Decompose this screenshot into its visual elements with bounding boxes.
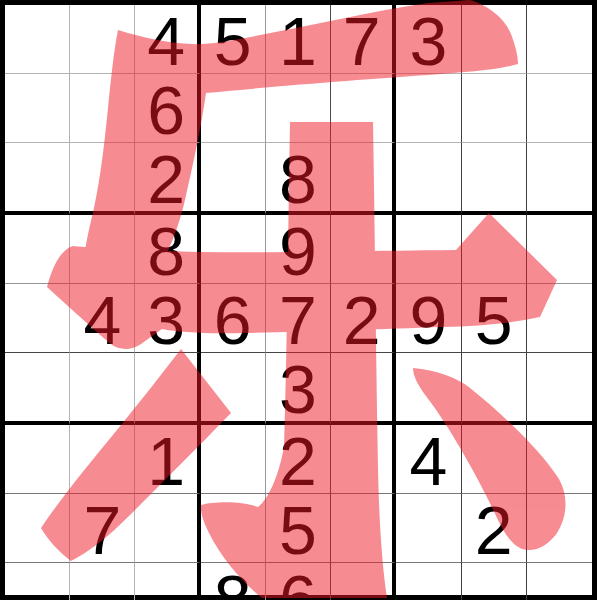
given-digit: 9 — [410, 286, 448, 354]
sudoku-cell[interactable]: 2 — [135, 143, 200, 215]
sudoku-cell[interactable] — [527, 143, 592, 215]
given-digit: 5 — [279, 496, 317, 564]
given-digit: 3 — [147, 286, 185, 354]
sudoku-cell[interactable] — [527, 284, 592, 353]
sudoku-cell[interactable]: 7 — [70, 494, 135, 563]
sudoku-cell[interactable]: 8 — [135, 215, 200, 284]
sudoku-cell[interactable]: 6 — [201, 284, 266, 353]
sudoku-cell[interactable] — [201, 353, 266, 425]
sudoku-cell[interactable]: 1 — [266, 5, 331, 74]
sudoku-cell[interactable] — [527, 5, 592, 74]
sudoku-cell[interactable]: 5 — [266, 494, 331, 563]
sudoku-cell[interactable] — [396, 494, 461, 563]
sudoku-cell[interactable] — [5, 5, 70, 74]
sudoku-cell[interactable]: 7 — [266, 284, 331, 353]
sudoku-cell[interactable] — [70, 215, 135, 284]
sudoku-board: 45173628894367295312475286 — [0, 0, 597, 600]
sudoku-cell[interactable]: 6 — [266, 563, 331, 600]
sudoku-cell[interactable]: 1 — [135, 425, 200, 494]
given-digit: 2 — [475, 496, 513, 564]
sudoku-cell[interactable] — [331, 143, 396, 215]
sudoku-cell[interactable] — [396, 143, 461, 215]
sudoku-cell[interactable] — [70, 143, 135, 215]
sudoku-cell[interactable] — [70, 425, 135, 494]
given-digit: 6 — [214, 286, 252, 354]
sudoku-cell[interactable] — [331, 494, 396, 563]
sudoku-cell[interactable] — [201, 215, 266, 284]
given-digit: 1 — [279, 7, 317, 75]
sudoku-cell[interactable] — [201, 494, 266, 563]
sudoku-cell[interactable] — [462, 215, 527, 284]
sudoku-cell[interactable] — [527, 74, 592, 143]
sudoku-cell[interactable] — [396, 215, 461, 284]
sudoku-cell[interactable] — [5, 284, 70, 353]
sudoku-cell[interactable] — [70, 563, 135, 600]
sudoku-cell[interactable] — [331, 353, 396, 425]
sudoku-cell[interactable] — [527, 563, 592, 600]
given-digit: 9 — [279, 217, 317, 285]
given-digit: 7 — [83, 496, 121, 564]
sudoku-cell[interactable] — [135, 563, 200, 600]
sudoku-cell[interactable]: 2 — [331, 284, 396, 353]
given-digit: 4 — [147, 7, 185, 75]
given-digit: 3 — [410, 7, 448, 75]
sudoku-cell[interactable] — [5, 353, 70, 425]
sudoku-cell[interactable]: 5 — [201, 5, 266, 74]
sudoku-cell[interactable] — [135, 353, 200, 425]
sudoku-cell[interactable] — [527, 425, 592, 494]
sudoku-cell[interactable] — [527, 215, 592, 284]
sudoku-cell[interactable] — [70, 74, 135, 143]
sudoku-cell[interactable] — [462, 563, 527, 600]
sudoku-cell[interactable] — [331, 74, 396, 143]
given-digit: 8 — [279, 145, 317, 213]
sudoku-cell[interactable]: 4 — [135, 5, 200, 74]
sudoku-cell[interactable]: 4 — [70, 284, 135, 353]
given-digit: 2 — [147, 145, 185, 213]
sudoku-cell[interactable]: 6 — [135, 74, 200, 143]
sudoku-cell[interactable]: 8 — [201, 563, 266, 600]
given-digit: 3 — [279, 355, 317, 423]
sudoku-cell[interactable]: 2 — [266, 425, 331, 494]
sudoku-cell[interactable] — [527, 353, 592, 425]
sudoku-cell[interactable] — [462, 353, 527, 425]
sudoku-cell[interactable] — [5, 563, 70, 600]
sudoku-cell[interactable] — [331, 425, 396, 494]
sudoku-cell[interactable] — [5, 425, 70, 494]
sudoku-cell[interactable] — [462, 5, 527, 74]
sudoku-cell[interactable] — [331, 215, 396, 284]
sudoku-cell[interactable] — [5, 215, 70, 284]
given-digit: 8 — [214, 565, 252, 600]
given-digit: 8 — [147, 217, 185, 285]
given-digit: 5 — [475, 286, 513, 354]
sudoku-cell[interactable] — [201, 74, 266, 143]
given-digit: 6 — [279, 565, 317, 600]
given-digit: 4 — [410, 427, 448, 495]
sudoku-cell[interactable] — [5, 143, 70, 215]
sudoku-cell[interactable]: 8 — [266, 143, 331, 215]
sudoku-cell[interactable] — [70, 5, 135, 74]
sudoku-cell[interactable] — [201, 425, 266, 494]
sudoku-puzzle: 45173628894367295312475286 — [0, 0, 597, 600]
given-digit: 5 — [214, 7, 252, 75]
sudoku-cell[interactable] — [396, 563, 461, 600]
sudoku-cell[interactable]: 2 — [462, 494, 527, 563]
sudoku-cell[interactable] — [396, 353, 461, 425]
sudoku-cell[interactable]: 7 — [331, 5, 396, 74]
sudoku-cell[interactable] — [527, 494, 592, 563]
given-digit: 7 — [343, 7, 381, 75]
sudoku-cell[interactable] — [462, 74, 527, 143]
given-digit: 7 — [279, 286, 317, 354]
sudoku-cell[interactable]: 9 — [396, 284, 461, 353]
sudoku-cell[interactable] — [462, 143, 527, 215]
sudoku-cell[interactable] — [462, 425, 527, 494]
sudoku-cell[interactable] — [70, 353, 135, 425]
sudoku-cell[interactable] — [5, 74, 70, 143]
given-digit: 4 — [83, 286, 121, 354]
sudoku-cell[interactable] — [201, 143, 266, 215]
sudoku-cell[interactable] — [135, 494, 200, 563]
sudoku-cell[interactable]: 4 — [396, 425, 461, 494]
sudoku-cell[interactable] — [5, 494, 70, 563]
sudoku-cell[interactable]: 3 — [135, 284, 200, 353]
sudoku-cell[interactable]: 3 — [266, 353, 331, 425]
sudoku-cell[interactable]: 9 — [266, 215, 331, 284]
sudoku-cell[interactable]: 5 — [462, 284, 527, 353]
sudoku-cell[interactable] — [396, 74, 461, 143]
given-digit: 2 — [343, 286, 381, 354]
given-digit: 1 — [147, 427, 185, 495]
given-digit: 2 — [279, 427, 317, 495]
sudoku-cell[interactable] — [331, 563, 396, 600]
sudoku-cell[interactable] — [266, 74, 331, 143]
sudoku-cell[interactable]: 3 — [396, 5, 461, 74]
given-digit: 6 — [147, 76, 185, 144]
